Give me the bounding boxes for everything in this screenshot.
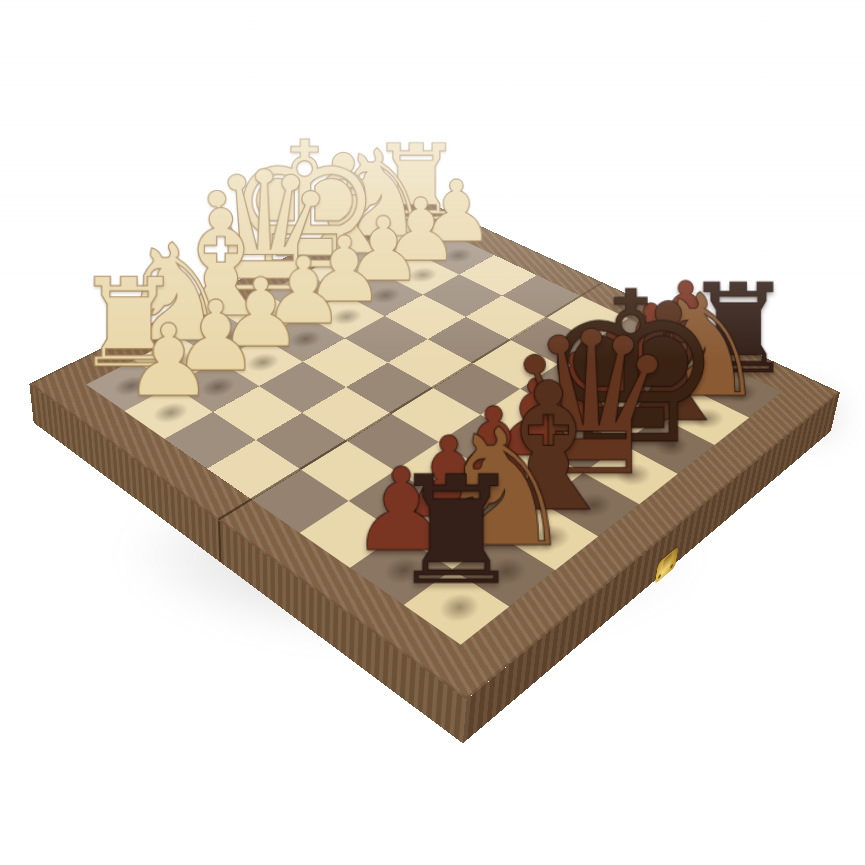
brass-clasp: [655, 546, 679, 585]
piece-black-knight: ♞: [574, 275, 836, 417]
clasp-screw: [670, 563, 673, 569]
product-photo: ♜♞♝♛♚♝♞♜♟♟♟♟♟♟♟♟♟♟♟♟♟♟♟♟♜♞♝♛♚♝♞♜: [0, 0, 865, 865]
piece-white-rook: ♜: [308, 131, 524, 236]
clasp-knob: [662, 553, 672, 571]
clasp-screw: [658, 573, 661, 579]
chess-board: ♜♞♝♛♚♝♞♜♟♟♟♟♟♟♟♟♟♟♟♟♟♟♟♟♜♞♝♛♚♝♞♜: [86, 217, 782, 644]
scene: ♜♞♝♛♚♝♞♜♟♟♟♟♟♟♟♟♟♟♟♟♟♟♟♟♜♞♝♛♚♝♞♜: [163, 118, 703, 658]
